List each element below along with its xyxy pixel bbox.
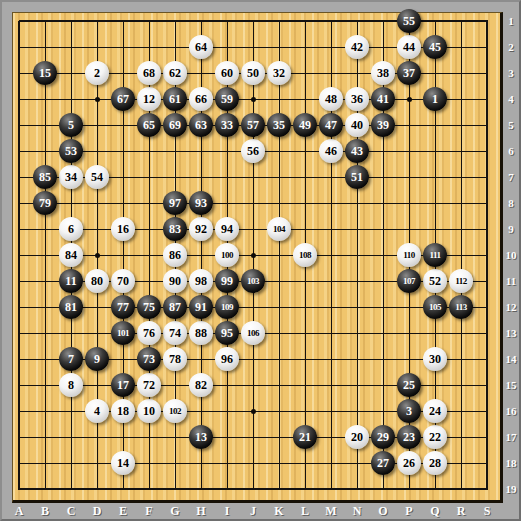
move-number: 43: [351, 145, 363, 157]
stone-64: 64: [189, 35, 213, 59]
move-number: 75: [143, 301, 155, 313]
move-number: 108: [299, 251, 311, 260]
move-number: 68: [143, 67, 155, 79]
grid-hline: [19, 203, 488, 204]
move-number: 85: [39, 171, 51, 183]
row-label: 10: [501, 248, 521, 262]
move-number: 83: [169, 223, 181, 235]
move-number: 81: [65, 301, 77, 313]
move-number: 93: [195, 197, 207, 209]
stone-87: 87: [163, 295, 187, 319]
column-label: H: [191, 504, 211, 518]
row-label: 19: [501, 482, 521, 496]
column-label: O: [373, 504, 393, 518]
move-number: 39: [377, 119, 389, 131]
stone-73: 73: [137, 347, 161, 371]
move-number: 90: [169, 275, 181, 287]
stone-91: 91: [189, 295, 213, 319]
stone-66: 66: [189, 87, 213, 111]
stone-99: 99: [215, 269, 239, 293]
star-point: [251, 253, 256, 258]
stone-33: 33: [215, 113, 239, 137]
stone-83: 83: [163, 217, 187, 241]
stone-57: 57: [241, 113, 265, 137]
stone-63: 63: [189, 113, 213, 137]
move-number: 91: [195, 301, 207, 313]
move-number: 28: [429, 457, 441, 469]
stone-79: 79: [33, 191, 57, 215]
stone-40: 40: [345, 113, 369, 137]
move-number: 60: [221, 67, 233, 79]
stone-81: 81: [59, 295, 83, 319]
row-label: 18: [501, 456, 521, 470]
move-number: 110: [403, 251, 415, 260]
column-label: J: [243, 504, 263, 518]
move-number: 107: [403, 277, 415, 286]
row-label: 13: [501, 326, 521, 340]
stone-38: 38: [371, 61, 395, 85]
row-label: 17: [501, 430, 521, 444]
column-label: P: [399, 504, 419, 518]
stone-7: 7: [59, 347, 83, 371]
move-number: 88: [195, 327, 207, 339]
move-number: 104: [273, 225, 285, 234]
row-label: 11: [501, 274, 521, 288]
stone-72: 72: [137, 373, 161, 397]
move-number: 82: [195, 379, 207, 391]
star-point: [407, 97, 412, 102]
stone-78: 78: [163, 347, 187, 371]
stone-101: 101: [111, 321, 135, 345]
move-number: 87: [169, 301, 181, 313]
column-label: M: [321, 504, 341, 518]
move-number: 44: [403, 41, 415, 53]
stone-6: 6: [59, 217, 83, 241]
row-label: 9: [501, 222, 521, 236]
move-number: 86: [169, 249, 181, 261]
column-label: I: [217, 504, 237, 518]
stone-28: 28: [423, 451, 447, 475]
stone-49: 49: [293, 113, 317, 137]
stone-21: 21: [293, 425, 317, 449]
move-number: 36: [351, 93, 363, 105]
move-number: 70: [117, 275, 129, 287]
row-label: 15: [501, 378, 521, 392]
stone-103: 103: [241, 269, 265, 293]
stone-97: 97: [163, 191, 187, 215]
move-number: 78: [169, 353, 181, 365]
stone-26: 26: [397, 451, 421, 475]
move-number: 64: [195, 41, 207, 53]
stone-113: 113: [449, 295, 473, 319]
move-number: 4: [94, 405, 100, 417]
stone-14: 14: [111, 451, 135, 475]
stone-59: 59: [215, 87, 239, 111]
stone-55: 55: [397, 9, 421, 33]
row-label: 2: [501, 40, 521, 54]
stone-76: 76: [137, 321, 161, 345]
move-number: 112: [455, 277, 467, 286]
move-number: 3: [406, 405, 412, 417]
move-number: 98: [195, 275, 207, 287]
grid-hline: [19, 229, 488, 230]
stone-52: 52: [423, 269, 447, 293]
stone-90: 90: [163, 269, 187, 293]
stone-47: 47: [319, 113, 343, 137]
move-number: 12: [143, 93, 155, 105]
star-point: [251, 97, 256, 102]
stone-24: 24: [423, 399, 447, 423]
row-label: 4: [501, 92, 521, 106]
move-number: 69: [169, 119, 181, 131]
stone-9: 9: [85, 347, 109, 371]
stone-45: 45: [423, 35, 447, 59]
row-label: 6: [501, 144, 521, 158]
stone-112: 112: [449, 269, 473, 293]
row-label: 5: [501, 118, 521, 132]
stone-104: 104: [267, 217, 291, 241]
stone-54: 54: [85, 165, 109, 189]
move-number: 79: [39, 197, 51, 209]
stone-37: 37: [397, 61, 421, 85]
stone-98: 98: [189, 269, 213, 293]
stone-16: 16: [111, 217, 135, 241]
move-number: 99: [221, 275, 233, 287]
grid-hline: [19, 488, 488, 490]
move-number: 74: [169, 327, 181, 339]
move-number: 18: [117, 405, 129, 417]
move-number: 48: [325, 93, 337, 105]
stone-30: 30: [423, 347, 447, 371]
stone-50: 50: [241, 61, 265, 85]
stone-29: 29: [371, 425, 395, 449]
stone-42: 42: [345, 35, 369, 59]
move-number: 46: [325, 145, 337, 157]
move-number: 14: [117, 457, 129, 469]
stone-96: 96: [215, 347, 239, 371]
column-label: E: [113, 504, 133, 518]
stone-51: 51: [345, 165, 369, 189]
move-number: 50: [247, 67, 259, 79]
stone-110: 110: [397, 243, 421, 267]
stone-34: 34: [59, 165, 83, 189]
stone-69: 69: [163, 113, 187, 137]
move-number: 54: [91, 171, 103, 183]
move-number: 63: [195, 119, 207, 131]
move-number: 42: [351, 41, 363, 53]
move-number: 51: [351, 171, 363, 183]
move-number: 16: [117, 223, 129, 235]
move-number: 66: [195, 93, 207, 105]
stone-18: 18: [111, 399, 135, 423]
column-label: N: [347, 504, 367, 518]
stone-15: 15: [33, 61, 57, 85]
move-number: 29: [377, 431, 389, 443]
move-number: 101: [117, 329, 129, 338]
stone-106: 106: [241, 321, 265, 345]
move-number: 111: [429, 251, 440, 260]
move-number: 52: [429, 275, 441, 287]
column-label: C: [61, 504, 81, 518]
move-number: 38: [377, 67, 389, 79]
stone-46: 46: [319, 139, 343, 163]
move-number: 32: [273, 67, 285, 79]
stone-11: 11: [59, 269, 83, 293]
move-number: 97: [169, 197, 181, 209]
move-number: 62: [169, 67, 181, 79]
column-label: A: [9, 504, 29, 518]
stone-17: 17: [111, 373, 135, 397]
stone-80: 80: [85, 269, 109, 293]
stone-27: 27: [371, 451, 395, 475]
stone-48: 48: [319, 87, 343, 111]
stone-111: 111: [423, 243, 447, 267]
move-number: 76: [143, 327, 155, 339]
move-number: 27: [377, 457, 389, 469]
stone-61: 61: [163, 87, 187, 111]
move-number: 106: [247, 329, 259, 338]
stone-44: 44: [397, 35, 421, 59]
move-number: 55: [403, 15, 415, 27]
row-label: 3: [501, 66, 521, 80]
go-board-window: ABCDEFGHIJKLMNOPQRS123456789101112131415…: [0, 0, 521, 521]
column-label: R: [451, 504, 471, 518]
stone-1: 1: [423, 87, 447, 111]
move-number: 30: [429, 353, 441, 365]
stone-82: 82: [189, 373, 213, 397]
stone-77: 77: [111, 295, 135, 319]
move-number: 2: [94, 67, 100, 79]
stone-13: 13: [189, 425, 213, 449]
move-number: 47: [325, 119, 337, 131]
move-number: 56: [247, 145, 259, 157]
stone-107: 107: [397, 269, 421, 293]
move-number: 24: [429, 405, 441, 417]
stone-23: 23: [397, 425, 421, 449]
stone-88: 88: [189, 321, 213, 345]
move-number: 10: [143, 405, 155, 417]
stone-60: 60: [215, 61, 239, 85]
stone-109: 109: [215, 295, 239, 319]
stone-3: 3: [397, 399, 421, 423]
stone-108: 108: [293, 243, 317, 267]
move-number: 73: [143, 353, 155, 365]
move-number: 41: [377, 93, 389, 105]
move-number: 72: [143, 379, 155, 391]
move-number: 113: [455, 303, 467, 312]
row-label: 8: [501, 196, 521, 210]
stone-86: 86: [163, 243, 187, 267]
move-number: 80: [91, 275, 103, 287]
stone-92: 92: [189, 217, 213, 241]
stone-65: 65: [137, 113, 161, 137]
stone-12: 12: [137, 87, 161, 111]
move-number: 45: [429, 41, 441, 53]
column-label: L: [295, 504, 315, 518]
move-number: 5: [68, 119, 74, 131]
move-number: 103: [247, 277, 259, 286]
move-number: 57: [247, 119, 259, 131]
column-label: Q: [425, 504, 445, 518]
move-number: 77: [117, 301, 129, 313]
move-number: 25: [403, 379, 415, 391]
stone-62: 62: [163, 61, 187, 85]
move-number: 37: [403, 67, 415, 79]
row-label: 12: [501, 300, 521, 314]
stone-53: 53: [59, 139, 83, 163]
move-number: 84: [65, 249, 77, 261]
move-number: 100: [221, 251, 233, 260]
move-number: 35: [273, 119, 285, 131]
grid-hline: [19, 307, 488, 308]
stone-68: 68: [137, 61, 161, 85]
stone-22: 22: [423, 425, 447, 449]
move-number: 92: [195, 223, 207, 235]
move-number: 34: [65, 171, 77, 183]
stone-84: 84: [59, 243, 83, 267]
move-number: 61: [169, 93, 181, 105]
move-number: 17: [117, 379, 129, 391]
move-number: 109: [221, 303, 233, 312]
stone-70: 70: [111, 269, 135, 293]
stone-32: 32: [267, 61, 291, 85]
star-point: [95, 253, 100, 258]
stone-102: 102: [163, 399, 187, 423]
stone-5: 5: [59, 113, 83, 137]
move-number: 49: [299, 119, 311, 131]
stone-20: 20: [345, 425, 369, 449]
stone-85: 85: [33, 165, 57, 189]
move-number: 94: [221, 223, 233, 235]
move-number: 96: [221, 353, 233, 365]
stone-39: 39: [371, 113, 395, 137]
row-label: 14: [501, 352, 521, 366]
column-label: G: [165, 504, 185, 518]
move-number: 11: [65, 275, 76, 287]
column-label: B: [35, 504, 55, 518]
stone-93: 93: [189, 191, 213, 215]
star-point: [95, 97, 100, 102]
stone-41: 41: [371, 87, 395, 111]
row-label: 1: [501, 14, 521, 28]
stone-36: 36: [345, 87, 369, 111]
row-label: 16: [501, 404, 521, 418]
move-number: 1: [432, 93, 438, 105]
move-number: 59: [221, 93, 233, 105]
stone-56: 56: [241, 139, 265, 163]
stone-74: 74: [163, 321, 187, 345]
stone-4: 4: [85, 399, 109, 423]
stone-8: 8: [59, 373, 83, 397]
move-number: 8: [68, 379, 74, 391]
move-number: 33: [221, 119, 233, 131]
move-number: 65: [143, 119, 155, 131]
move-number: 9: [94, 353, 100, 365]
stone-25: 25: [397, 373, 421, 397]
board-overlay: ABCDEFGHIJKLMNOPQRS123456789101112131415…: [2, 2, 521, 521]
stone-2: 2: [85, 61, 109, 85]
stone-43: 43: [345, 139, 369, 163]
move-number: 22: [429, 431, 441, 443]
move-number: 15: [39, 67, 51, 79]
stone-94: 94: [215, 217, 239, 241]
move-number: 95: [221, 327, 233, 339]
column-label: D: [87, 504, 107, 518]
stone-95: 95: [215, 321, 239, 345]
move-number: 67: [117, 93, 129, 105]
move-number: 7: [68, 353, 74, 365]
column-label: F: [139, 504, 159, 518]
move-number: 26: [403, 457, 415, 469]
stone-35: 35: [267, 113, 291, 137]
column-label: S: [477, 504, 497, 518]
column-label: K: [269, 504, 289, 518]
move-number: 13: [195, 431, 207, 443]
move-number: 40: [351, 119, 363, 131]
move-number: 21: [299, 431, 311, 443]
move-number: 6: [68, 223, 74, 235]
stone-100: 100: [215, 243, 239, 267]
row-label: 7: [501, 170, 521, 184]
stone-67: 67: [111, 87, 135, 111]
stone-75: 75: [137, 295, 161, 319]
move-number: 105: [429, 303, 441, 312]
stone-105: 105: [423, 295, 447, 319]
move-number: 53: [65, 145, 77, 157]
move-number: 102: [169, 407, 181, 416]
move-number: 20: [351, 431, 363, 443]
star-point: [251, 409, 256, 414]
stone-10: 10: [137, 399, 161, 423]
move-number: 23: [403, 431, 415, 443]
